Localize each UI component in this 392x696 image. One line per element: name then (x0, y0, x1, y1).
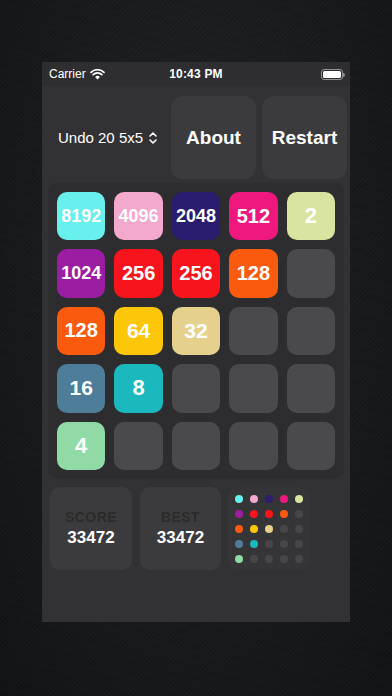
tile-128: 128 (229, 249, 277, 297)
empty-cell (287, 422, 335, 470)
minimap-dot-256 (265, 510, 273, 518)
tile-1024: 1024 (57, 249, 105, 297)
tile-64: 64 (114, 307, 162, 355)
phone-screen: Carrier 10:43 PM Undo 20 5x5 About Resta… (42, 62, 350, 622)
board[interactable]: 8192409620485122102425625612812864321684 (48, 183, 344, 479)
best-value: 33472 (157, 528, 204, 548)
minimap-dot-empty (295, 555, 303, 563)
battery-fill (323, 71, 341, 78)
tile-512: 512 (229, 192, 277, 240)
restart-button[interactable]: Restart (262, 96, 347, 179)
battery-icon (321, 69, 343, 80)
empty-cell (229, 364, 277, 412)
tile-4: 4 (57, 422, 105, 470)
empty-cell (172, 422, 220, 470)
carrier-group: Carrier (49, 67, 105, 81)
minimap (228, 487, 309, 570)
minimap-dot-empty (295, 525, 303, 533)
empty-cell (172, 364, 220, 412)
minimap-dot-128 (235, 525, 243, 533)
minimap-dot-empty (250, 555, 258, 563)
minimap-dot-empty (295, 540, 303, 548)
empty-cell (287, 249, 335, 297)
minimap-dot-16 (235, 540, 243, 548)
empty-cell (114, 422, 162, 470)
minimap-dot-32 (265, 525, 273, 533)
empty-cell (229, 422, 277, 470)
minimap-dot-empty (295, 510, 303, 518)
score-value: 33472 (67, 528, 114, 548)
minimap-dot-empty (280, 540, 288, 548)
tile-16: 16 (57, 364, 105, 412)
minimap-dot-empty (265, 540, 273, 548)
minimap-dot-512 (280, 495, 288, 503)
empty-cell (287, 307, 335, 355)
minimap-dot-256 (250, 510, 258, 518)
minimap-dot-empty (280, 555, 288, 563)
tile-256: 256 (114, 249, 162, 297)
status-time: 10:43 PM (169, 62, 223, 86)
minimap-dot-8192 (235, 495, 243, 503)
status-bar: Carrier 10:43 PM (42, 62, 350, 86)
minimap-dot-4 (235, 555, 243, 563)
tile-256: 256 (172, 249, 220, 297)
tile-2048: 2048 (172, 192, 220, 240)
board-size-undo-picker[interactable]: Undo 20 5x5 (58, 96, 158, 179)
score-panel: SCORE 33472 (50, 487, 132, 570)
minimap-dot-2048 (265, 495, 273, 503)
chevron-up-down-icon (148, 131, 158, 145)
minimap-dot-64 (250, 525, 258, 533)
tile-32: 32 (172, 307, 220, 355)
tile-2: 2 (287, 192, 335, 240)
empty-cell (287, 364, 335, 412)
tile-128: 128 (57, 307, 105, 355)
score-label: SCORE (65, 509, 117, 525)
minimap-dot-128 (280, 510, 288, 518)
picker-label: Undo 20 5x5 (58, 129, 143, 146)
minimap-dot-2 (295, 495, 303, 503)
about-button[interactable]: About (171, 96, 256, 179)
tile-8: 8 (114, 364, 162, 412)
tile-8192: 8192 (57, 192, 105, 240)
minimap-dot-1024 (235, 510, 243, 518)
minimap-dot-4096 (250, 495, 258, 503)
empty-cell (229, 307, 277, 355)
tile-4096: 4096 (114, 192, 162, 240)
minimap-dot-8 (250, 540, 258, 548)
carrier-label: Carrier (49, 67, 86, 81)
minimap-dot-empty (280, 525, 288, 533)
minimap-dot-empty (265, 555, 273, 563)
best-label: BEST (161, 509, 200, 525)
best-panel: BEST 33472 (140, 487, 221, 570)
wifi-icon (90, 69, 105, 80)
